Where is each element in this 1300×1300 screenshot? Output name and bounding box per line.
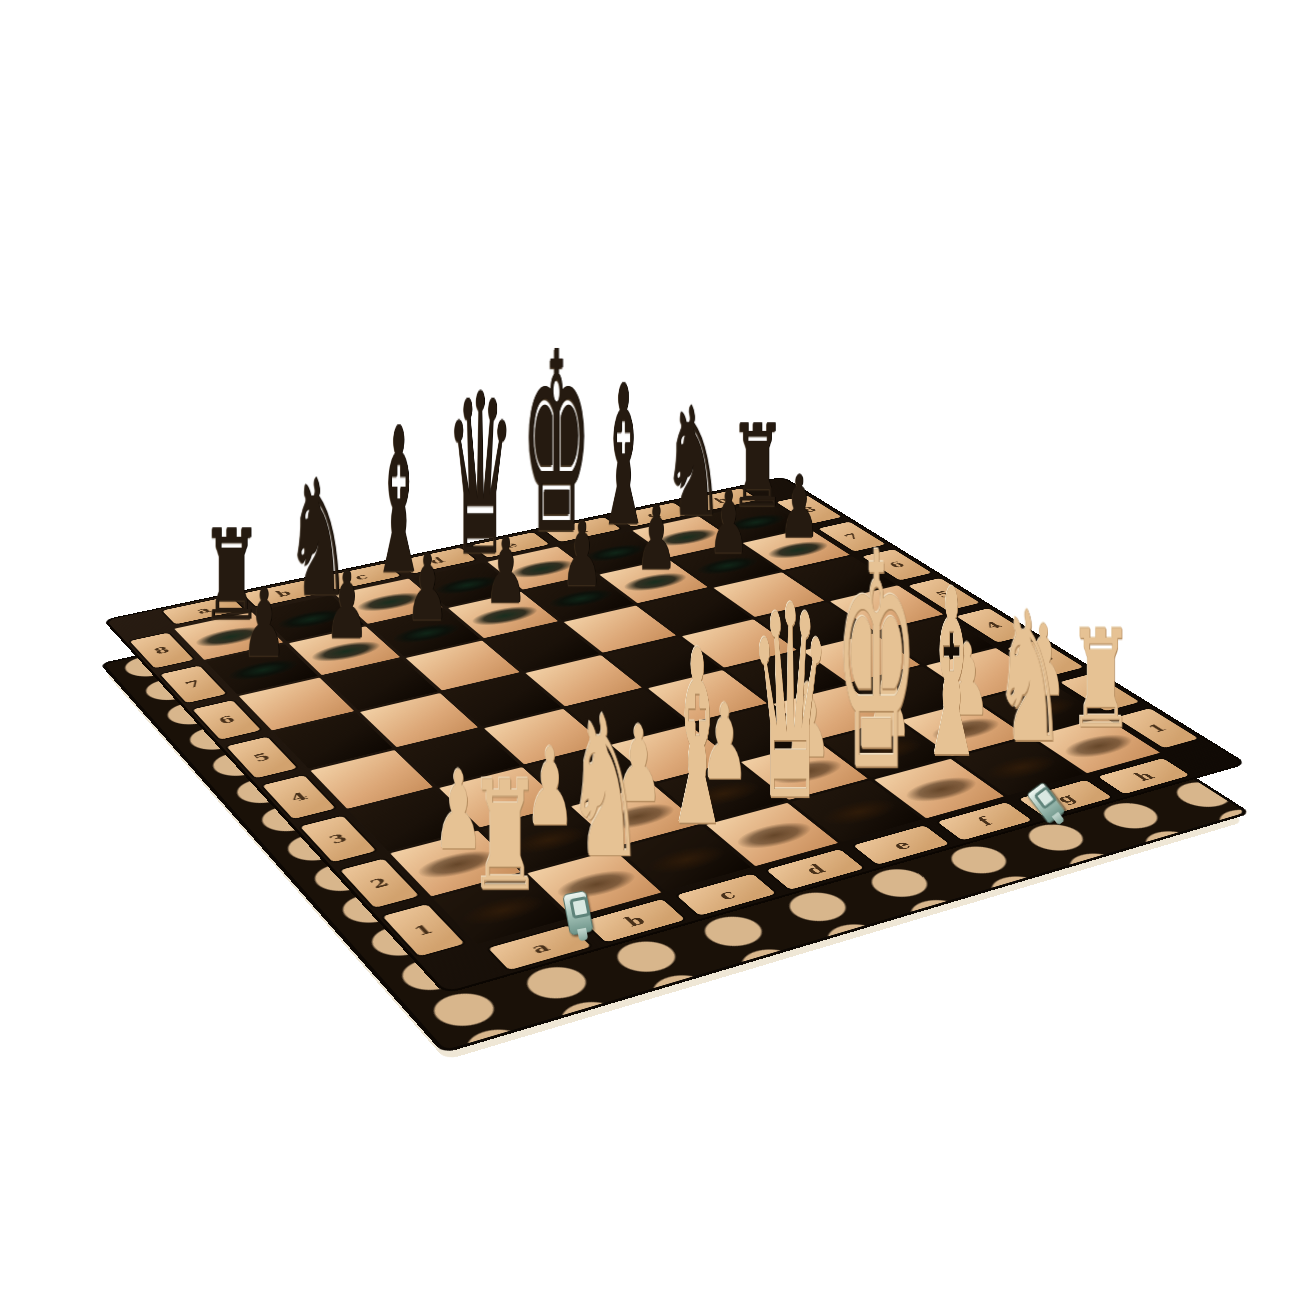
coord-text: 3 xyxy=(1033,652,1057,663)
coord-text: h xyxy=(1130,770,1157,783)
piece-base-shadow xyxy=(592,799,682,834)
coord-text: 1 xyxy=(1144,722,1170,734)
coord-text: 5 xyxy=(250,751,273,763)
piece-base-shadow xyxy=(977,751,1063,784)
coord-text: 4 xyxy=(287,790,310,803)
piece-base-shadow xyxy=(429,573,505,598)
coord-text: 5 xyxy=(933,589,955,599)
coord-text: b xyxy=(273,588,293,598)
coord-text: 2 xyxy=(1087,686,1112,697)
piece-base-shadow xyxy=(190,623,270,650)
coord-text: a xyxy=(527,940,553,955)
coord-text: e xyxy=(501,540,520,549)
piece-base-shadow xyxy=(649,526,722,549)
piece-base-shadow xyxy=(923,714,1007,745)
piece-base-shadow xyxy=(465,602,543,628)
coord-text: 7 xyxy=(183,679,204,690)
piece-base-shadow xyxy=(454,890,550,930)
coord-text: 4 xyxy=(982,620,1005,630)
coord-tile: 2 xyxy=(1060,673,1140,711)
piece-base-shadow xyxy=(504,557,579,582)
coord-text: g xyxy=(643,510,663,519)
piece-base-shadow xyxy=(222,656,304,685)
piece-base-shadow xyxy=(617,569,693,594)
board-3d-scene: abcdefgh8♜♞♝♛♚♝♞♜87♟♟♟♟♟♟♟♟7665544332♟♟♟… xyxy=(103,476,1248,994)
coord-text: e xyxy=(889,838,914,852)
piece-base-shadow xyxy=(578,541,652,565)
coord-text: 8 xyxy=(151,645,172,656)
piece-base-shadow xyxy=(386,620,465,647)
coord-text: f xyxy=(575,526,591,534)
coord-text: a xyxy=(194,605,213,615)
piece-base-shadow xyxy=(272,606,350,633)
piece-base-shadow xyxy=(351,589,428,615)
piece-base-shadow xyxy=(305,637,385,665)
coord-text: c xyxy=(352,572,371,581)
coord-text: 1 xyxy=(410,922,436,937)
square-b4 xyxy=(396,728,524,788)
piece-base-shadow xyxy=(761,538,835,562)
piece-base-shadow xyxy=(1000,694,1083,724)
coord-text: f xyxy=(974,815,996,827)
coord-text: b xyxy=(621,913,648,928)
coord-text: 6 xyxy=(216,714,238,726)
product-photo-chess-set: abcdefgh8♜♞♝♛♚♝♞♜87♟♟♟♟♟♟♟♟7665544332♟♟♟… xyxy=(0,0,1300,1300)
piece-base-shadow xyxy=(1055,730,1140,762)
square-e3 xyxy=(690,704,819,762)
chess-board: abcdefgh8♜♞♝♛♚♝♞♜87♟♟♟♟♟♟♟♟7665544332♟♟♟… xyxy=(103,476,1248,994)
piece-base-shadow xyxy=(719,511,791,534)
piece-base-shadow xyxy=(762,755,849,788)
piece-base-shadow xyxy=(844,734,930,766)
piece-base-shadow xyxy=(542,586,619,612)
piece-base-shadow xyxy=(410,846,503,884)
piece-base-shadow xyxy=(897,772,985,806)
piece-base-shadow xyxy=(814,794,903,829)
piece-base-shadow xyxy=(640,841,732,878)
coord-text: c xyxy=(714,887,739,901)
coord-text: d xyxy=(802,862,829,876)
coord-tile: 6 xyxy=(862,549,932,580)
coord-text: 7 xyxy=(841,532,862,541)
coord-text: d xyxy=(427,556,447,565)
coord-text: 6 xyxy=(886,560,908,569)
piece-base-shadow xyxy=(678,777,766,811)
piece-base-shadow xyxy=(690,553,765,577)
coord-text: h xyxy=(711,496,732,504)
coord-text: 2 xyxy=(367,876,392,891)
piece-base-shadow xyxy=(502,822,593,858)
coord-text: 8 xyxy=(799,505,819,513)
piece-base-shadow xyxy=(728,817,819,853)
coord-text: 3 xyxy=(326,832,350,846)
coord-tile: 3 xyxy=(1007,640,1084,676)
